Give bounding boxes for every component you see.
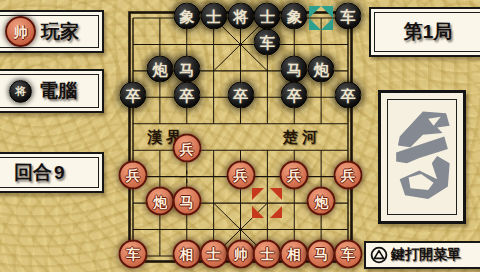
piece-red-soldier[interactable]: 兵 [280, 160, 309, 189]
triangle-button-icon [370, 246, 388, 264]
piece-glyph: 炮 [314, 194, 328, 208]
piece-glyph: 车 [341, 9, 356, 24]
piece-glyph: 炮 [152, 61, 167, 76]
piece-glyph: 士 [260, 9, 275, 24]
game-screen: 漢界 楚河 象士将士象车车炮马马炮卒卒卒卒卒兵兵兵兵兵炮马炮车相士帅士相马车 帅… [0, 0, 480, 272]
piece-red-soldier[interactable]: 兵 [334, 160, 363, 189]
piece-black-elephant[interactable]: 象 [281, 3, 308, 30]
piece-glyph: 象 [287, 9, 302, 24]
piece-glyph: 马 [180, 194, 194, 208]
river-label-chu: 楚河 [283, 128, 321, 147]
menu-hint-panel: 鍵打開菜單 [364, 241, 480, 269]
piece-black-advisor[interactable]: 士 [200, 3, 227, 30]
piece-glyph: 卒 [233, 88, 248, 103]
piece-black-soldier[interactable]: 卒 [120, 82, 147, 109]
piece-black-horse[interactable]: 马 [281, 55, 308, 82]
piece-red-horse[interactable]: 马 [307, 239, 336, 268]
computer-label: 電腦 [39, 78, 77, 104]
round-panel: 回合 9 [0, 152, 104, 193]
piece-glyph: 马 [287, 61, 302, 76]
piece-red-elephant[interactable]: 相 [172, 239, 201, 268]
piece-red-horse[interactable]: 马 [172, 187, 201, 216]
player-panel: 帅 玩家 [0, 10, 104, 53]
dragon-icon [389, 103, 455, 211]
piece-red-cannon[interactable]: 炮 [145, 187, 174, 216]
piece-red-advisor[interactable]: 士 [253, 239, 282, 268]
piece-glyph: 士 [206, 9, 221, 24]
piece-glyph: 马 [314, 247, 328, 261]
piece-glyph: 炮 [314, 61, 329, 76]
piece-black-horse[interactable]: 马 [173, 55, 200, 82]
piece-glyph: 兵 [287, 168, 301, 182]
xiangqi-board[interactable]: 漢界 楚河 [128, 11, 353, 263]
piece-red-general[interactable]: 帅 [226, 239, 255, 268]
piece-glyph: 卒 [341, 88, 356, 103]
game-number-panel: 第1局 [369, 7, 480, 57]
piece-glyph: 象 [179, 9, 194, 24]
piece-glyph: 卒 [126, 88, 141, 103]
piece-red-chariot[interactable]: 车 [334, 239, 363, 268]
piece-black-chariot[interactable]: 车 [254, 29, 281, 56]
piece-red-soldier[interactable]: 兵 [172, 134, 201, 163]
computer-panel: 将 電腦 [0, 69, 104, 113]
black-general-icon: 将 [9, 80, 32, 103]
piece-glyph: 帅 [234, 247, 248, 261]
piece-glyph: 士 [260, 247, 274, 261]
piece-glyph: 士 [207, 247, 221, 261]
round-value: 9 [54, 162, 65, 184]
piece-glyph: 兵 [180, 141, 194, 155]
piece-glyph: 车 [341, 247, 355, 261]
piece-glyph: 马 [179, 61, 194, 76]
dragon-card-panel [378, 90, 466, 224]
game-number-label: 第1局 [404, 19, 453, 45]
piece-glyph: 车 [126, 247, 140, 261]
piece-glyph: 兵 [234, 168, 248, 182]
player-label: 玩家 [41, 19, 79, 45]
piece-black-soldier[interactable]: 卒 [227, 82, 254, 109]
piece-black-general[interactable]: 将 [227, 3, 254, 30]
piece-red-advisor[interactable]: 士 [199, 239, 228, 268]
piece-glyph: 卒 [287, 88, 302, 103]
piece-glyph: 兵 [126, 168, 140, 182]
piece-black-soldier[interactable]: 卒 [281, 82, 308, 109]
piece-red-soldier[interactable]: 兵 [119, 160, 148, 189]
red-general-icon: 帅 [5, 16, 36, 47]
piece-black-soldier[interactable]: 卒 [173, 82, 200, 109]
piece-red-elephant[interactable]: 相 [280, 239, 309, 268]
piece-glyph: 兵 [341, 168, 355, 182]
piece-glyph: 卒 [179, 88, 194, 103]
piece-black-chariot[interactable]: 车 [335, 3, 362, 30]
piece-black-elephant[interactable]: 象 [173, 3, 200, 30]
piece-black-cannon[interactable]: 炮 [146, 55, 173, 82]
piece-red-chariot[interactable]: 车 [119, 239, 148, 268]
piece-glyph: 将 [233, 9, 248, 24]
piece-black-cannon[interactable]: 炮 [308, 55, 335, 82]
piece-red-cannon[interactable]: 炮 [307, 187, 336, 216]
piece-glyph: 车 [260, 35, 275, 50]
round-label: 回合 [14, 160, 52, 186]
piece-glyph: 炮 [153, 194, 167, 208]
menu-hint-label: 鍵打開菜單 [391, 246, 461, 264]
piece-black-advisor[interactable]: 士 [254, 3, 281, 30]
piece-glyph: 相 [180, 247, 194, 261]
piece-red-soldier[interactable]: 兵 [226, 160, 255, 189]
piece-black-soldier[interactable]: 卒 [335, 82, 362, 109]
piece-glyph: 相 [287, 247, 301, 261]
